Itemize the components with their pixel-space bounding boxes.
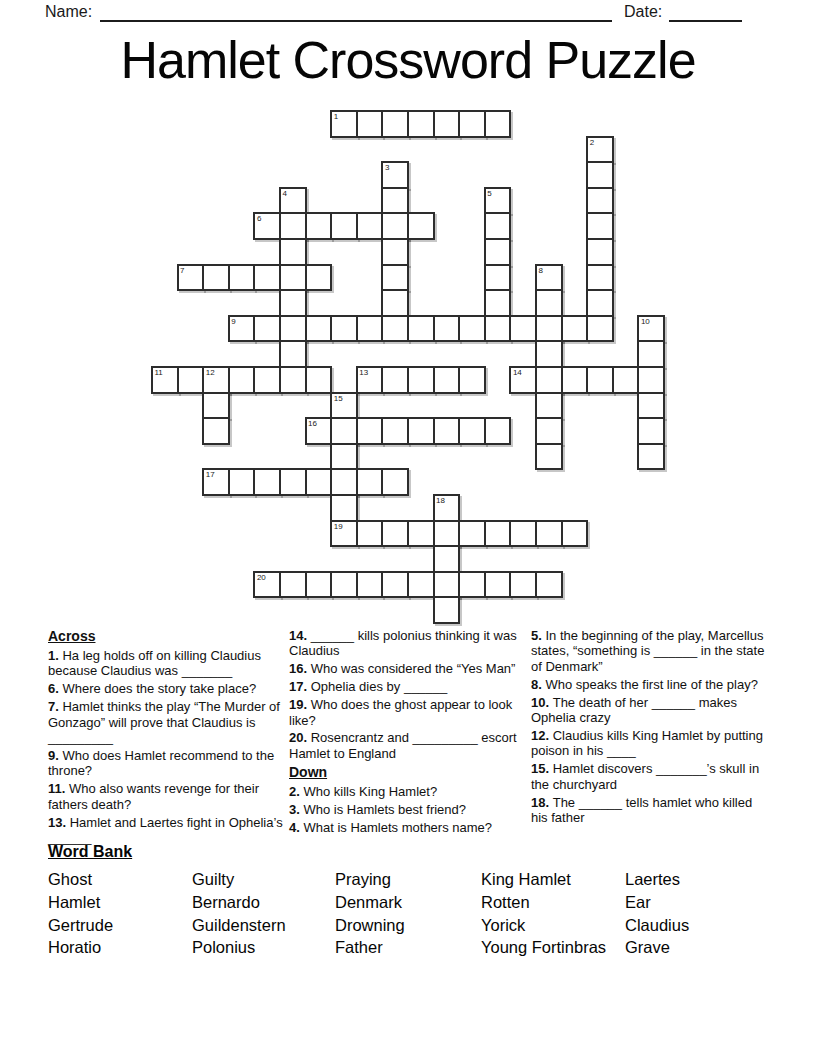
grid-cell[interactable] xyxy=(586,366,614,394)
grid-cell[interactable] xyxy=(305,468,333,496)
grid-cell[interactable] xyxy=(586,315,614,343)
grid-cell[interactable]: 8 xyxy=(535,264,563,292)
grid-cell[interactable] xyxy=(381,520,409,548)
grid-cell[interactable] xyxy=(561,366,589,394)
grid-cell[interactable] xyxy=(330,212,358,240)
down-heading: Down xyxy=(289,764,527,780)
across-clue-7: 7. Hamlet thinks the play “The Murder of… xyxy=(48,699,286,745)
grid-cell[interactable]: 7 xyxy=(177,264,205,292)
grid-cell[interactable] xyxy=(381,238,409,266)
grid-cell[interactable] xyxy=(305,366,333,394)
grid-cell[interactable] xyxy=(381,212,409,240)
cell-number: 3 xyxy=(385,163,389,173)
grid-cell[interactable]: 19 xyxy=(330,520,358,548)
grid-cell[interactable]: 1 xyxy=(330,110,358,138)
cell-number: 16 xyxy=(308,419,317,429)
cell-number: 14 xyxy=(513,368,522,378)
word-bank-item: Young Fortinbras xyxy=(481,936,625,959)
grid-cell[interactable] xyxy=(484,289,512,317)
word-bank-item: Guildenstern xyxy=(192,914,335,937)
grid-cell[interactable]: 17 xyxy=(202,468,230,496)
grid-cell[interactable] xyxy=(356,520,384,548)
grid-cell[interactable] xyxy=(509,571,537,599)
word-bank-item: Father xyxy=(335,936,481,959)
grid-cell[interactable] xyxy=(637,417,665,445)
grid-cell[interactable] xyxy=(586,289,614,317)
word-bank-item: Horatio xyxy=(48,936,192,959)
cell-number: 12 xyxy=(206,368,215,378)
grid-cell[interactable] xyxy=(381,468,409,496)
grid-cell[interactable] xyxy=(279,366,307,394)
grid-cell[interactable] xyxy=(279,238,307,266)
grid-cell[interactable] xyxy=(407,110,435,138)
word-bank-item: Guilty xyxy=(192,868,335,891)
across-clue-13: 13. Hamlet and Laertes fight in Ophelia’… xyxy=(48,815,286,846)
grid-cell[interactable]: 5 xyxy=(484,187,512,215)
date-label: Date: xyxy=(624,3,662,21)
grid-cell[interactable] xyxy=(458,315,486,343)
across-clue-19: 19. Who does the ghost appear to look li… xyxy=(289,697,527,728)
word-bank-grid: GhostGuiltyPrayingKing HamletLaertesHaml… xyxy=(48,868,770,959)
grid-cell[interactable] xyxy=(330,571,358,599)
grid-cell[interactable] xyxy=(484,110,512,138)
cell-number: 10 xyxy=(641,317,650,327)
down-clue-15: 15. Hamlet discovers _______’s skull in … xyxy=(531,761,769,792)
grid-cell[interactable] xyxy=(279,571,307,599)
down-clue-12: 12. Claudius kills King Hamlet by puttin… xyxy=(531,728,769,759)
page-title: Hamlet Crossword Puzzle xyxy=(0,31,816,89)
grid-cell[interactable] xyxy=(356,110,384,138)
grid-cell[interactable] xyxy=(484,520,512,548)
word-bank-item: King Hamlet xyxy=(481,868,625,891)
grid-cell[interactable]: 18 xyxy=(433,494,461,522)
word-bank-item: Ear xyxy=(625,891,770,914)
grid-cell[interactable] xyxy=(586,264,614,292)
word-bank: Word Bank GhostGuiltyPrayingKing HamletL… xyxy=(48,843,770,959)
grid-cell[interactable] xyxy=(433,315,461,343)
grid-cell[interactable] xyxy=(535,443,563,471)
grid-cell[interactable] xyxy=(586,238,614,266)
grid-cell[interactable] xyxy=(407,571,435,599)
down-clue-3: 3. Who is Hamlets best friend? xyxy=(289,802,527,817)
grid-cell[interactable] xyxy=(509,520,537,548)
across-clue-14: 14. ______ kills polonius thinking it wa… xyxy=(289,628,527,659)
grid-cell[interactable] xyxy=(586,187,614,215)
grid-cell[interactable] xyxy=(535,417,563,445)
cell-number: 11 xyxy=(155,368,163,378)
grid-cell[interactable] xyxy=(484,571,512,599)
cell-number: 4 xyxy=(283,189,287,199)
grid-cell[interactable] xyxy=(407,520,435,548)
grid-cell[interactable] xyxy=(177,366,205,394)
grid-cell[interactable] xyxy=(330,315,358,343)
grid-cell[interactable] xyxy=(561,520,589,548)
grid-cell[interactable] xyxy=(637,366,665,394)
grid-cell[interactable] xyxy=(586,212,614,240)
across-clue-1: 1. Ha leg holds off on killing Claudius … xyxy=(48,648,286,679)
clue-column-1: Across1. Ha leg holds off on killing Cla… xyxy=(48,628,286,848)
word-bank-item: Gertrude xyxy=(48,914,192,937)
word-bank-heading: Word Bank xyxy=(48,843,770,861)
word-bank-item: Grave xyxy=(625,936,770,959)
across-heading: Across xyxy=(48,628,286,644)
grid-cell[interactable] xyxy=(381,366,409,394)
grid-cell[interactable] xyxy=(381,289,409,317)
cell-number: 6 xyxy=(257,214,261,224)
grid-cell[interactable] xyxy=(433,571,461,599)
grid-cell[interactable] xyxy=(509,315,537,343)
grid-cell[interactable] xyxy=(535,340,563,368)
cell-number: 13 xyxy=(359,368,368,378)
across-clue-17: 17. Ophelia dies by ______ xyxy=(289,679,527,694)
word-bank-item: Hamlet xyxy=(48,891,192,914)
grid-cell[interactable] xyxy=(433,545,461,573)
grid-cell[interactable] xyxy=(535,520,563,548)
grid-cell[interactable] xyxy=(433,417,461,445)
grid-cell[interactable] xyxy=(484,264,512,292)
crossword-grid: 1234567891011121314151617181920 xyxy=(151,110,665,624)
word-bank-item: Ghost xyxy=(48,868,192,891)
grid-cell[interactable] xyxy=(305,264,333,292)
grid-cell[interactable] xyxy=(202,264,230,292)
grid-cell[interactable] xyxy=(279,315,307,343)
grid-cell[interactable]: 20 xyxy=(253,571,281,599)
grid-cell[interactable] xyxy=(356,468,384,496)
down-clue-2: 2. Who kills King Hamlet? xyxy=(289,784,527,799)
cell-number: 8 xyxy=(539,266,543,276)
down-clue-18: 18. The ______ tells hamlet who killed h… xyxy=(531,795,769,826)
grid-cell[interactable] xyxy=(561,315,589,343)
down-clue-5: 5. In the beginning of the play, Marcell… xyxy=(531,628,769,674)
cell-number: 18 xyxy=(436,496,445,506)
grid-cell[interactable] xyxy=(433,520,461,548)
across-clue-16: 16. Who was considered the “Yes Man” xyxy=(289,661,527,676)
grid-cell[interactable]: 14 xyxy=(509,366,537,394)
grid-cell[interactable] xyxy=(637,340,665,368)
grid-cell[interactable] xyxy=(637,443,665,471)
clue-column-3: 5. In the beginning of the play, Marcell… xyxy=(531,628,769,828)
grid-cell[interactable] xyxy=(458,571,486,599)
cell-number: 19 xyxy=(334,522,343,532)
grid-cell[interactable] xyxy=(433,366,461,394)
grid-cell[interactable] xyxy=(458,366,486,394)
name-line[interactable] xyxy=(100,20,612,22)
word-bank-item: Praying xyxy=(335,868,481,891)
grid-cell[interactable] xyxy=(279,212,307,240)
cell-number: 9 xyxy=(231,317,235,327)
across-clue-20: 20. Rosencrantz and _________ escort Ham… xyxy=(289,730,527,761)
grid-cell[interactable] xyxy=(458,110,486,138)
cell-number: 7 xyxy=(180,266,184,276)
word-bank-item: Laertes xyxy=(625,868,770,891)
grid-cell[interactable] xyxy=(305,571,333,599)
word-bank-item: Rotten xyxy=(481,891,625,914)
across-clue-9: 9. Who does Hamlet recommend to the thro… xyxy=(48,748,286,779)
grid-cell[interactable] xyxy=(253,468,281,496)
grid-cell[interactable] xyxy=(535,571,563,599)
grid-cell[interactable] xyxy=(407,212,435,240)
word-bank-item: Claudius xyxy=(625,914,770,937)
grid-cell[interactable] xyxy=(535,315,563,343)
down-clue-4: 4. What is Hamlets mothers name? xyxy=(289,820,527,835)
grid-cell[interactable] xyxy=(381,571,409,599)
across-clue-11: 11. Who also wants revenge for their fat… xyxy=(48,781,286,812)
grid-cell[interactable] xyxy=(381,417,409,445)
grid-cell[interactable] xyxy=(279,264,307,292)
grid-cell[interactable] xyxy=(279,289,307,317)
grid-cell[interactable] xyxy=(330,443,358,471)
grid-cell[interactable] xyxy=(458,417,486,445)
grid-cell[interactable]: 3 xyxy=(381,161,409,189)
word-bank-item: Polonius xyxy=(192,936,335,959)
clue-column-2: 14. ______ kills polonius thinking it wa… xyxy=(289,628,527,837)
grid-cell[interactable] xyxy=(330,468,358,496)
grid-cell[interactable] xyxy=(381,187,409,215)
grid-cell[interactable] xyxy=(228,264,256,292)
grid-cell[interactable] xyxy=(535,366,563,394)
grid-cell[interactable] xyxy=(484,212,512,240)
grid-cell[interactable] xyxy=(305,212,333,240)
date-line[interactable] xyxy=(669,20,742,22)
grid-cell[interactable] xyxy=(381,264,409,292)
grid-cell[interactable] xyxy=(253,315,281,343)
cell-number: 17 xyxy=(206,470,215,480)
grid-cell[interactable] xyxy=(330,494,358,522)
word-bank-item: Drowning xyxy=(335,914,481,937)
grid-cell[interactable] xyxy=(484,417,512,445)
grid-cell[interactable] xyxy=(202,392,230,420)
grid-cell[interactable] xyxy=(356,571,384,599)
grid-cell[interactable]: 11 xyxy=(151,366,179,394)
grid-cell[interactable] xyxy=(279,340,307,368)
grid-cell[interactable]: 9 xyxy=(228,315,256,343)
grid-cell[interactable] xyxy=(407,417,435,445)
down-clue-10: 10. The death of her ______ makes Opheli… xyxy=(531,695,769,726)
grid-cell[interactable] xyxy=(356,315,384,343)
grid-cell[interactable] xyxy=(484,315,512,343)
grid-cell[interactable] xyxy=(381,110,409,138)
cell-number: 2 xyxy=(590,138,594,148)
grid-cell[interactable] xyxy=(407,315,435,343)
across-clue-6: 6. Where does the story take place? xyxy=(48,681,286,696)
cell-number: 5 xyxy=(487,189,491,199)
grid-cell[interactable] xyxy=(356,417,384,445)
word-bank-item: Bernardo xyxy=(192,891,335,914)
grid-cell[interactable] xyxy=(535,392,563,420)
grid-cell[interactable]: 6 xyxy=(253,212,281,240)
grid-cell[interactable] xyxy=(484,238,512,266)
grid-cell[interactable] xyxy=(433,596,461,624)
grid-cell[interactable] xyxy=(586,161,614,189)
grid-cell[interactable] xyxy=(228,366,256,394)
grid-cell[interactable]: 2 xyxy=(586,136,614,164)
grid-cell[interactable]: 12 xyxy=(202,366,230,394)
grid-cell[interactable] xyxy=(279,468,307,496)
grid-cell[interactable] xyxy=(356,212,384,240)
down-clue-8: 8. Who speaks the first line of the play… xyxy=(531,677,769,692)
grid-cell[interactable] xyxy=(305,315,333,343)
grid-cell[interactable] xyxy=(330,417,358,445)
grid-cell[interactable] xyxy=(637,392,665,420)
grid-cell[interactable]: 16 xyxy=(305,417,333,445)
grid-cell[interactable] xyxy=(535,289,563,317)
word-bank-item: Yorick xyxy=(481,914,625,937)
grid-cell[interactable] xyxy=(407,366,435,394)
word-bank-item: Denmark xyxy=(335,891,481,914)
grid-cell[interactable] xyxy=(458,520,486,548)
name-label: Name: xyxy=(45,3,92,21)
grid-cell[interactable] xyxy=(228,468,256,496)
cell-number: 20 xyxy=(257,573,266,583)
grid-cell[interactable] xyxy=(253,366,281,394)
grid-cell[interactable] xyxy=(612,366,640,394)
cell-number: 15 xyxy=(334,394,343,404)
grid-cell[interactable] xyxy=(381,315,409,343)
grid-cell[interactable]: 15 xyxy=(330,392,358,420)
grid-cell[interactable] xyxy=(253,264,281,292)
grid-cell[interactable]: 10 xyxy=(637,315,665,343)
grid-cell[interactable] xyxy=(433,110,461,138)
grid-cell[interactable] xyxy=(202,417,230,445)
grid-cell[interactable]: 4 xyxy=(279,187,307,215)
grid-cell[interactable]: 13 xyxy=(356,366,384,394)
cell-number: 1 xyxy=(334,112,338,122)
